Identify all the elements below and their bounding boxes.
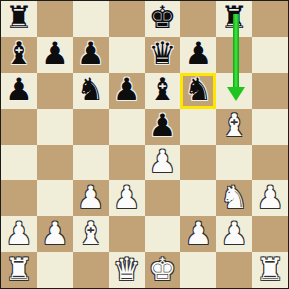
square-a2[interactable]: ♟	[1, 216, 37, 252]
piece-white-pawn: ♟	[256, 182, 284, 213]
square-c8[interactable]	[73, 1, 109, 37]
square-h4[interactable]	[252, 145, 288, 181]
chess-board: ♜♚♜♝♟♟♛♟♟♞♟♝♞♟♝♟♟♟♞♟♟♟♝♟♟♜♛♚♜	[0, 0, 289, 289]
square-g3[interactable]: ♞	[216, 180, 252, 216]
piece-white-bishop: ♝	[77, 218, 105, 249]
piece-black-pawn: ♟	[113, 74, 141, 105]
square-b4[interactable]	[37, 145, 73, 181]
square-f1[interactable]	[180, 252, 216, 288]
move-arrow-head	[227, 87, 245, 101]
square-d5[interactable]	[109, 109, 145, 145]
square-h5[interactable]	[252, 109, 288, 145]
square-f5[interactable]	[180, 109, 216, 145]
square-a6[interactable]: ♟	[1, 73, 37, 109]
piece-white-pawn: ♟	[5, 218, 33, 249]
square-a3[interactable]	[1, 180, 37, 216]
square-g2[interactable]: ♟	[216, 216, 252, 252]
square-h7[interactable]	[252, 37, 288, 73]
square-e4[interactable]: ♟	[145, 145, 181, 181]
square-e6[interactable]: ♝	[145, 73, 181, 109]
square-c7[interactable]: ♟	[73, 37, 109, 73]
square-g5[interactable]: ♝	[216, 109, 252, 145]
square-b2[interactable]: ♟	[37, 216, 73, 252]
piece-white-king: ♚	[149, 254, 177, 285]
square-e2[interactable]	[145, 216, 181, 252]
piece-black-pawn: ♟	[77, 38, 105, 69]
square-d6[interactable]: ♟	[109, 73, 145, 109]
square-h8[interactable]	[252, 1, 288, 37]
square-f7[interactable]: ♟	[180, 37, 216, 73]
square-b5[interactable]	[37, 109, 73, 145]
square-e8[interactable]: ♚	[145, 1, 181, 37]
piece-black-pawn: ♟	[5, 74, 33, 105]
piece-black-knight: ♞	[77, 74, 105, 105]
square-a8[interactable]: ♜	[1, 1, 37, 37]
piece-white-queen: ♛	[113, 254, 141, 285]
square-f8[interactable]	[180, 1, 216, 37]
square-f2[interactable]: ♟	[180, 216, 216, 252]
square-h6[interactable]	[252, 73, 288, 109]
move-arrow-shaft	[233, 14, 239, 89]
square-a1[interactable]: ♜	[1, 252, 37, 288]
piece-white-pawn: ♟	[113, 182, 141, 213]
square-c1[interactable]	[73, 252, 109, 288]
square-f3[interactable]	[180, 180, 216, 216]
square-d4[interactable]	[109, 145, 145, 181]
square-c6[interactable]: ♞	[73, 73, 109, 109]
square-d1[interactable]: ♛	[109, 252, 145, 288]
square-b1[interactable]	[37, 252, 73, 288]
square-a4[interactable]	[1, 145, 37, 181]
square-b7[interactable]: ♟	[37, 37, 73, 73]
square-c5[interactable]	[73, 109, 109, 145]
square-c3[interactable]: ♟	[73, 180, 109, 216]
piece-white-rook: ♜	[5, 254, 33, 285]
piece-black-pawn: ♟	[184, 38, 212, 69]
piece-white-rook: ♜	[256, 254, 284, 285]
square-b8[interactable]	[37, 1, 73, 37]
square-e5[interactable]: ♟	[145, 109, 181, 145]
piece-white-pawn: ♟	[149, 146, 177, 177]
piece-black-bishop: ♝	[5, 38, 33, 69]
piece-black-king: ♚	[149, 2, 177, 33]
piece-white-pawn: ♟	[77, 182, 105, 213]
square-c4[interactable]	[73, 145, 109, 181]
square-f6[interactable]: ♞	[180, 73, 216, 109]
piece-white-pawn: ♟	[184, 218, 212, 249]
square-g4[interactable]	[216, 145, 252, 181]
piece-black-queen: ♛	[149, 38, 177, 69]
piece-black-rook: ♜	[5, 2, 33, 33]
square-h1[interactable]: ♜	[252, 252, 288, 288]
piece-black-pawn: ♟	[41, 38, 69, 69]
square-a7[interactable]: ♝	[1, 37, 37, 73]
piece-white-knight: ♞	[220, 182, 248, 213]
square-d8[interactable]	[109, 1, 145, 37]
square-d7[interactable]	[109, 37, 145, 73]
square-b6[interactable]	[37, 73, 73, 109]
piece-black-knight: ♞	[184, 74, 212, 105]
square-d3[interactable]: ♟	[109, 180, 145, 216]
piece-white-bishop: ♝	[220, 110, 248, 141]
piece-white-pawn: ♟	[41, 218, 69, 249]
square-e7[interactable]: ♛	[145, 37, 181, 73]
square-d2[interactable]	[109, 216, 145, 252]
square-c2[interactable]: ♝	[73, 216, 109, 252]
piece-black-bishop: ♝	[149, 74, 177, 105]
square-e3[interactable]	[145, 180, 181, 216]
square-h3[interactable]: ♟	[252, 180, 288, 216]
square-f4[interactable]	[180, 145, 216, 181]
square-b3[interactable]	[37, 180, 73, 216]
piece-black-pawn: ♟	[149, 110, 177, 141]
square-e1[interactable]: ♚	[145, 252, 181, 288]
square-a5[interactable]	[1, 109, 37, 145]
square-g1[interactable]	[216, 252, 252, 288]
piece-white-pawn: ♟	[220, 218, 248, 249]
square-h2[interactable]	[252, 216, 288, 252]
